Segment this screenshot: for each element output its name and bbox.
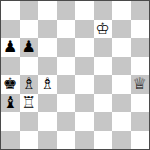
square-a7[interactable] [1, 20, 20, 39]
square-f3[interactable] [94, 94, 113, 113]
square-g1[interactable] [112, 131, 131, 150]
piece-white-king: ♔ [96, 20, 110, 36]
piece-white-queen: ♕ [133, 76, 147, 92]
square-e2[interactable] [75, 112, 94, 131]
square-g5[interactable] [112, 57, 131, 76]
piece-black-bishop: ♝ [3, 94, 17, 110]
square-d2[interactable] [57, 112, 76, 131]
square-b7[interactable] [20, 20, 39, 39]
square-g8[interactable] [112, 1, 131, 20]
square-f6[interactable] [94, 38, 113, 57]
square-f1[interactable] [94, 131, 113, 150]
square-b3[interactable]: ♖ [20, 94, 39, 113]
square-e1[interactable] [75, 131, 94, 150]
square-a1[interactable] [1, 131, 20, 150]
piece-white-bishop: ♗ [40, 76, 54, 92]
square-f2[interactable] [94, 112, 113, 131]
square-c6[interactable] [38, 38, 57, 57]
square-e6[interactable] [75, 38, 94, 57]
square-d6[interactable] [57, 38, 76, 57]
square-a5[interactable] [1, 57, 20, 76]
square-d1[interactable] [57, 131, 76, 150]
square-e8[interactable] [75, 1, 94, 20]
square-e3[interactable] [75, 94, 94, 113]
square-b6[interactable]: ♟ [20, 38, 39, 57]
piece-white-rook: ♖ [22, 94, 36, 110]
square-h4[interactable]: ♕ [131, 75, 150, 94]
square-d8[interactable] [57, 1, 76, 20]
square-h7[interactable] [131, 20, 150, 39]
square-a2[interactable] [1, 112, 20, 131]
square-g6[interactable] [112, 38, 131, 57]
square-a3[interactable]: ♝ [1, 94, 20, 113]
square-c2[interactable] [38, 112, 57, 131]
square-b4[interactable]: ♗ [20, 75, 39, 94]
square-c7[interactable] [38, 20, 57, 39]
square-h2[interactable] [131, 112, 150, 131]
square-b8[interactable] [20, 1, 39, 20]
square-f8[interactable] [94, 1, 113, 20]
square-e5[interactable] [75, 57, 94, 76]
square-h5[interactable] [131, 57, 150, 76]
square-g3[interactable] [112, 94, 131, 113]
square-e4[interactable] [75, 75, 94, 94]
square-h3[interactable] [131, 94, 150, 113]
square-f4[interactable] [94, 75, 113, 94]
piece-black-king: ♚ [3, 76, 17, 92]
square-c3[interactable] [38, 94, 57, 113]
piece-white-bishop: ♗ [22, 76, 36, 92]
square-f5[interactable] [94, 57, 113, 76]
square-h8[interactable] [131, 1, 150, 20]
chess-board: ♔♟♟♚♗♗♕♝♖ [0, 0, 150, 150]
square-g2[interactable] [112, 112, 131, 131]
square-h6[interactable] [131, 38, 150, 57]
square-c4[interactable]: ♗ [38, 75, 57, 94]
piece-black-pawn: ♟ [3, 39, 17, 55]
square-c1[interactable] [38, 131, 57, 150]
square-d4[interactable] [57, 75, 76, 94]
square-f7[interactable]: ♔ [94, 20, 113, 39]
square-b1[interactable] [20, 131, 39, 150]
square-a6[interactable]: ♟ [1, 38, 20, 57]
square-c5[interactable] [38, 57, 57, 76]
square-c8[interactable] [38, 1, 57, 20]
square-b2[interactable] [20, 112, 39, 131]
square-g7[interactable] [112, 20, 131, 39]
square-a8[interactable] [1, 1, 20, 20]
square-d7[interactable] [57, 20, 76, 39]
square-d3[interactable] [57, 94, 76, 113]
square-d5[interactable] [57, 57, 76, 76]
square-a4[interactable]: ♚ [1, 75, 20, 94]
square-h1[interactable] [131, 131, 150, 150]
square-e7[interactable] [75, 20, 94, 39]
square-b5[interactable] [20, 57, 39, 76]
piece-black-pawn: ♟ [22, 39, 36, 55]
square-g4[interactable] [112, 75, 131, 94]
